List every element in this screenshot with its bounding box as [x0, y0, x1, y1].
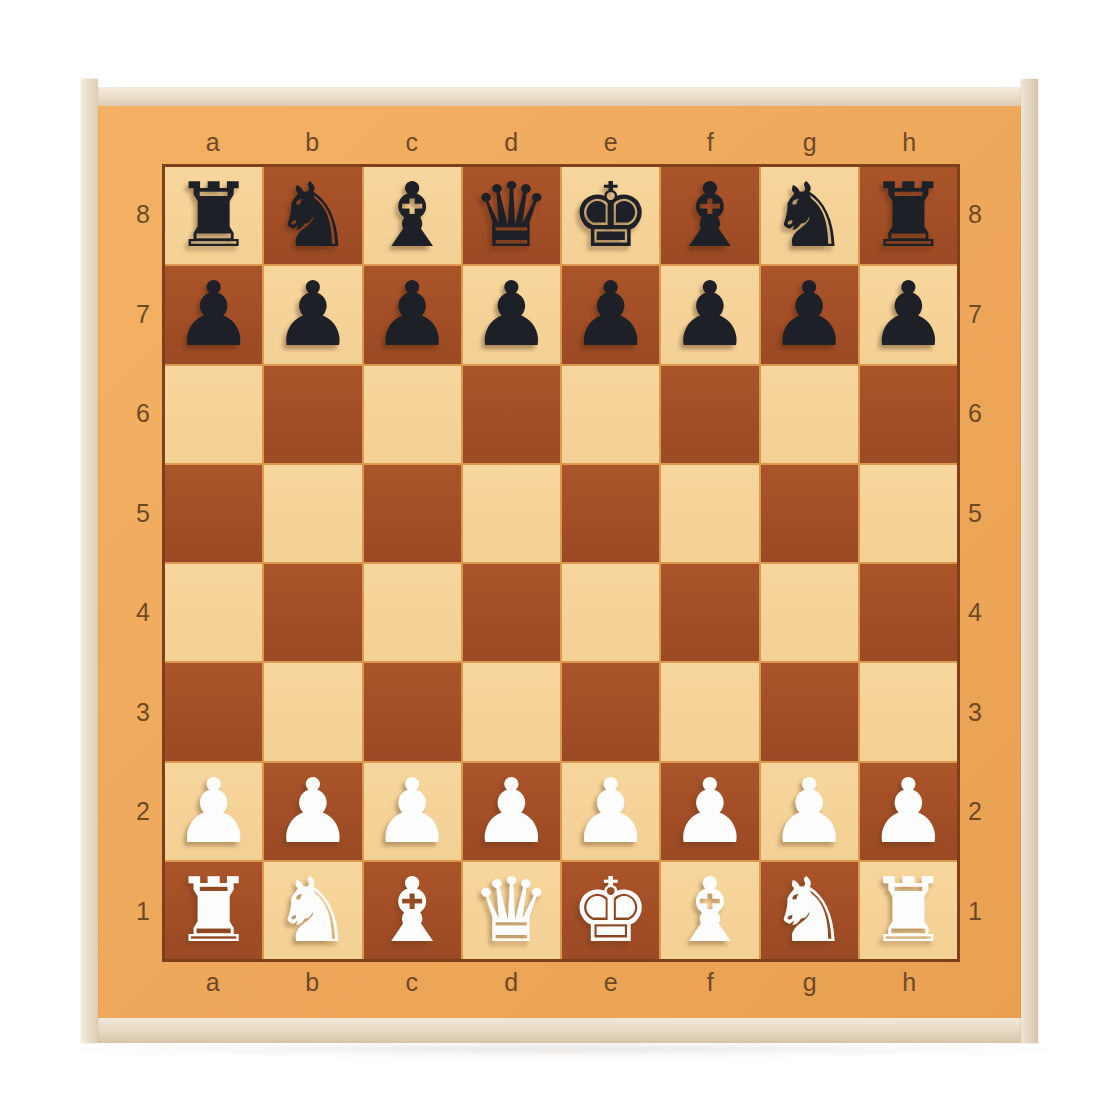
coord-label-7: 7 — [958, 265, 992, 365]
piece-white-rook[interactable]: ♜ — [868, 866, 948, 955]
demonstration-chessboard: abcdefgh abcdefgh 87654321 87654321 ♜♞♝♛… — [0, 0, 1120, 1120]
piece-black-pawn[interactable]: ♟ — [769, 270, 849, 359]
square-e8[interactable]: ♚ — [562, 167, 659, 264]
piece-white-pawn[interactable]: ♟ — [868, 767, 948, 856]
square-a6[interactable] — [165, 366, 262, 463]
chessboard: ♜♞♝♛♚♝♞♜♟♟♟♟♟♟♟♟♟♟♟♟♟♟♟♟♜♞♝♛♚♝♞♜ — [165, 167, 957, 959]
piece-black-rook[interactable]: ♜ — [868, 171, 948, 260]
coord-label-d: d — [462, 964, 562, 1000]
square-g3[interactable] — [761, 663, 858, 760]
square-b3[interactable] — [264, 663, 361, 760]
coord-label-f: f — [661, 964, 761, 1000]
square-b1[interactable]: ♞ — [264, 862, 361, 959]
piece-white-pawn[interactable]: ♟ — [670, 767, 750, 856]
square-f2[interactable]: ♟ — [661, 763, 758, 860]
coord-label-h: h — [860, 964, 960, 1000]
piece-white-pawn[interactable]: ♟ — [174, 767, 254, 856]
frame-drop-shadow — [72, 1043, 1052, 1055]
square-a5[interactable] — [165, 465, 262, 562]
file-labels-top: abcdefgh — [163, 124, 959, 160]
coord-label-1: 1 — [958, 862, 992, 962]
square-g8[interactable]: ♞ — [761, 167, 858, 264]
square-b4[interactable] — [264, 564, 361, 661]
square-d6[interactable] — [463, 366, 560, 463]
square-f7[interactable]: ♟ — [661, 266, 758, 363]
piece-white-pawn[interactable]: ♟ — [471, 767, 551, 856]
piece-white-pawn[interactable]: ♟ — [372, 767, 452, 856]
piece-white-knight[interactable]: ♞ — [273, 866, 353, 955]
frame-left-post — [81, 79, 98, 1043]
coord-label-4: 4 — [958, 563, 992, 663]
coord-label-a: a — [163, 124, 263, 160]
square-a1[interactable]: ♜ — [165, 862, 262, 959]
coord-label-h: h — [860, 124, 960, 160]
coord-label-2: 2 — [958, 762, 992, 862]
square-d4[interactable] — [463, 564, 560, 661]
square-g5[interactable] — [761, 465, 858, 562]
coord-label-g: g — [760, 124, 860, 160]
piece-black-bishop[interactable]: ♝ — [670, 171, 750, 260]
square-f4[interactable] — [661, 564, 758, 661]
coord-label-7: 7 — [126, 265, 160, 365]
square-a8[interactable]: ♜ — [165, 167, 262, 264]
square-d3[interactable] — [463, 663, 560, 760]
square-a3[interactable] — [165, 663, 262, 760]
file-labels-bottom: abcdefgh — [163, 964, 959, 1000]
square-c7[interactable]: ♟ — [364, 266, 461, 363]
square-f5[interactable] — [661, 465, 758, 562]
coord-label-c: c — [362, 964, 462, 1000]
coord-label-8: 8 — [126, 165, 160, 265]
square-h1[interactable]: ♜ — [860, 862, 957, 959]
coord-label-c: c — [362, 124, 462, 160]
rank-labels-left: 87654321 — [126, 165, 160, 961]
piece-white-queen[interactable]: ♛ — [471, 866, 551, 955]
piece-black-pawn[interactable]: ♟ — [571, 270, 651, 359]
square-e7[interactable]: ♟ — [562, 266, 659, 363]
square-c2[interactable]: ♟ — [364, 763, 461, 860]
coord-label-3: 3 — [126, 663, 160, 763]
piece-white-pawn[interactable]: ♟ — [769, 767, 849, 856]
rank-labels-right: 87654321 — [958, 165, 992, 961]
square-a7[interactable]: ♟ — [165, 266, 262, 363]
square-e3[interactable] — [562, 663, 659, 760]
coord-label-a: a — [163, 964, 263, 1000]
square-f1[interactable]: ♝ — [661, 862, 758, 959]
piece-black-king[interactable]: ♚ — [571, 171, 651, 260]
square-f3[interactable] — [661, 663, 758, 760]
square-g1[interactable]: ♞ — [761, 862, 858, 959]
piece-black-bishop[interactable]: ♝ — [372, 171, 452, 260]
square-a4[interactable] — [165, 564, 262, 661]
piece-black-pawn[interactable]: ♟ — [670, 270, 750, 359]
piece-white-king[interactable]: ♚ — [571, 866, 651, 955]
square-h3[interactable] — [860, 663, 957, 760]
coord-label-b: b — [263, 964, 363, 1000]
square-b6[interactable] — [264, 366, 361, 463]
piece-white-rook[interactable]: ♜ — [174, 866, 254, 955]
piece-black-pawn[interactable]: ♟ — [868, 270, 948, 359]
piece-white-knight[interactable]: ♞ — [769, 866, 849, 955]
square-h8[interactable]: ♜ — [860, 167, 957, 264]
coord-label-e: e — [561, 964, 661, 1000]
coord-label-d: d — [462, 124, 562, 160]
square-b5[interactable] — [264, 465, 361, 562]
square-c4[interactable] — [364, 564, 461, 661]
frame-bottom-ledge — [95, 1018, 1024, 1043]
square-c1[interactable]: ♝ — [364, 862, 461, 959]
piece-white-bishop[interactable]: ♝ — [372, 866, 452, 955]
coord-label-g: g — [760, 964, 860, 1000]
square-a2[interactable]: ♟ — [165, 763, 262, 860]
piece-black-pawn[interactable]: ♟ — [273, 270, 353, 359]
coord-label-5: 5 — [126, 464, 160, 564]
square-c6[interactable] — [364, 366, 461, 463]
piece-white-bishop[interactable]: ♝ — [670, 866, 750, 955]
square-g2[interactable]: ♟ — [761, 763, 858, 860]
coord-label-1: 1 — [126, 862, 160, 962]
square-e4[interactable] — [562, 564, 659, 661]
square-c8[interactable]: ♝ — [364, 167, 461, 264]
square-c5[interactable] — [364, 465, 461, 562]
coord-label-4: 4 — [126, 563, 160, 663]
square-b7[interactable]: ♟ — [264, 266, 361, 363]
coord-label-6: 6 — [958, 364, 992, 464]
square-d7[interactable]: ♟ — [463, 266, 560, 363]
coord-label-3: 3 — [958, 663, 992, 763]
square-e1[interactable]: ♚ — [562, 862, 659, 959]
square-h2[interactable]: ♟ — [860, 763, 957, 860]
frame-top-rail — [95, 87, 1024, 106]
coord-label-2: 2 — [126, 762, 160, 862]
square-d5[interactable] — [463, 465, 560, 562]
piece-black-knight[interactable]: ♞ — [273, 171, 353, 260]
chessboard-frame-border: ♜♞♝♛♚♝♞♜♟♟♟♟♟♟♟♟♟♟♟♟♟♟♟♟♜♞♝♛♚♝♞♜ — [162, 164, 960, 962]
square-g4[interactable] — [761, 564, 858, 661]
square-e6[interactable] — [562, 366, 659, 463]
square-h5[interactable] — [860, 465, 957, 562]
piece-black-pawn[interactable]: ♟ — [372, 270, 452, 359]
piece-black-rook[interactable]: ♜ — [174, 171, 254, 260]
coord-label-f: f — [661, 124, 761, 160]
piece-black-pawn[interactable]: ♟ — [174, 270, 254, 359]
square-e5[interactable] — [562, 465, 659, 562]
piece-white-pawn[interactable]: ♟ — [571, 767, 651, 856]
coord-label-5: 5 — [958, 464, 992, 564]
piece-white-pawn[interactable]: ♟ — [273, 767, 353, 856]
square-c3[interactable] — [364, 663, 461, 760]
square-b8[interactable]: ♞ — [264, 167, 361, 264]
square-h7[interactable]: ♟ — [860, 266, 957, 363]
coord-label-6: 6 — [126, 364, 160, 464]
coord-label-e: e — [561, 124, 661, 160]
piece-black-knight[interactable]: ♞ — [769, 171, 849, 260]
frame-right-post — [1021, 79, 1038, 1043]
square-d1[interactable]: ♛ — [463, 862, 560, 959]
square-d2[interactable]: ♟ — [463, 763, 560, 860]
piece-black-queen[interactable]: ♛ — [471, 171, 551, 260]
square-g7[interactable]: ♟ — [761, 266, 858, 363]
square-e2[interactable]: ♟ — [562, 763, 659, 860]
square-h4[interactable] — [860, 564, 957, 661]
square-d8[interactable]: ♛ — [463, 167, 560, 264]
coord-label-8: 8 — [958, 165, 992, 265]
square-f6[interactable] — [661, 366, 758, 463]
piece-black-pawn[interactable]: ♟ — [471, 270, 551, 359]
square-g6[interactable] — [761, 366, 858, 463]
square-b2[interactable]: ♟ — [264, 763, 361, 860]
square-h6[interactable] — [860, 366, 957, 463]
square-f8[interactable]: ♝ — [661, 167, 758, 264]
coord-label-b: b — [263, 124, 363, 160]
